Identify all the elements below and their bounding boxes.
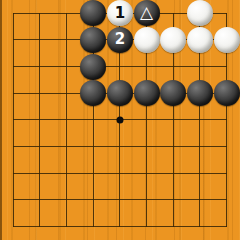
black-stone-D6[interactable] bbox=[80, 80, 106, 106]
black-stone-F9[interactable]: △ bbox=[134, 0, 160, 26]
triangle-mark-icon: △ bbox=[140, 4, 153, 21]
black-stone-E8[interactable]: 2 bbox=[107, 27, 133, 53]
white-stone-G8[interactable] bbox=[160, 27, 186, 53]
star-point bbox=[116, 116, 123, 123]
black-stone-H6[interactable] bbox=[187, 80, 213, 106]
white-stone-H9[interactable] bbox=[187, 0, 213, 26]
white-stone-H8[interactable] bbox=[187, 27, 213, 53]
white-stone-E9[interactable]: 1 bbox=[107, 0, 133, 26]
move-number-label: 1 bbox=[115, 6, 125, 21]
black-stone-J6[interactable] bbox=[214, 80, 240, 106]
black-stone-F6[interactable] bbox=[134, 80, 160, 106]
white-stone-J8[interactable] bbox=[214, 27, 240, 53]
black-stone-D9[interactable] bbox=[80, 0, 106, 26]
black-stone-D8[interactable] bbox=[80, 27, 106, 53]
go-board[interactable]: 1△2 bbox=[0, 0, 240, 240]
black-stone-E6[interactable] bbox=[107, 80, 133, 106]
black-stone-D7[interactable] bbox=[80, 54, 106, 80]
grid-line-horizontal bbox=[13, 199, 226, 200]
black-stone-G6[interactable] bbox=[160, 80, 186, 106]
move-number-label: 2 bbox=[115, 32, 125, 47]
grid-line-horizontal bbox=[13, 146, 226, 147]
white-stone-F8[interactable] bbox=[134, 27, 160, 53]
grid-line-horizontal bbox=[13, 173, 226, 174]
grid-line-horizontal bbox=[13, 226, 226, 227]
